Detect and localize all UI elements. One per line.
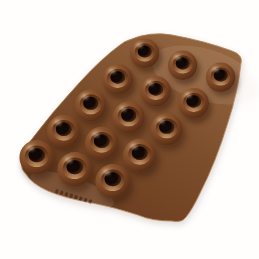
mold-cavity-r5c1 xyxy=(20,140,55,175)
mold-cavity-r3c3 xyxy=(151,113,183,145)
mold-cavity-r5c3 xyxy=(96,164,131,199)
mold-cavity-r2c3 xyxy=(179,88,210,119)
mold-cavity-r1c1 xyxy=(130,38,159,67)
mold-cavity-r4c2 xyxy=(85,126,118,159)
mold-cavity-r1c3 xyxy=(206,62,235,91)
mold-cavity-r3c2 xyxy=(113,101,145,133)
mold-cavity-r2c1 xyxy=(103,64,134,95)
mold-cavity-r1c2 xyxy=(168,50,197,79)
mold-cavity-r4c1 xyxy=(47,114,80,147)
mold-cavity-r5c2 xyxy=(58,152,93,187)
mold-cavity-r3c1 xyxy=(75,89,107,121)
mold-cavity-r2c2 xyxy=(141,76,172,107)
product-photo xyxy=(0,0,259,259)
mold-cavity-r4c3 xyxy=(123,138,156,171)
